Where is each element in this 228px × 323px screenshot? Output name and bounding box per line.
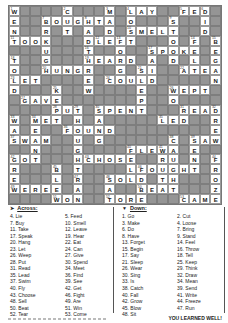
grid-cell[interactable]: U — [126, 75, 137, 85]
cell-letter: E — [127, 156, 136, 163]
grid-cell[interactable]: U — [73, 135, 84, 145]
grid-cell[interactable]: E — [126, 154, 137, 164]
cell-letter: L — [10, 77, 19, 84]
block-cell — [126, 65, 137, 75]
grid-cell[interactable]: G — [41, 55, 52, 65]
cell-letter: E — [84, 77, 93, 84]
grid-cell[interactable]: E — [51, 184, 62, 194]
grid-cell[interactable]: D — [168, 55, 179, 65]
grid-cell[interactable]: 9S — [168, 16, 179, 26]
grid-cell[interactable]: Z — [210, 184, 221, 194]
grid-cell[interactable]: E — [20, 184, 31, 194]
cell-letter: V — [42, 97, 51, 104]
grid-cell[interactable]: G — [115, 65, 126, 75]
grid-cell[interactable]: 50B — [136, 184, 147, 194]
down-arrow-icon: ▼ — [122, 205, 127, 211]
grid-cell[interactable]: E — [200, 65, 211, 75]
grid-cell[interactable]: 49W — [9, 184, 20, 194]
grid-cell[interactable]: 27G — [20, 95, 31, 105]
cell-letter: O — [105, 156, 114, 163]
grid-cell[interactable]: 13F — [115, 36, 126, 46]
grid-cell[interactable]: A — [94, 115, 105, 125]
cell-letter: D — [201, 28, 210, 35]
block-cell — [20, 145, 31, 155]
block-cell — [147, 194, 158, 204]
block-cell — [136, 36, 147, 46]
grid-cell[interactable]: E — [210, 125, 221, 135]
grid-cell[interactable]: 43C — [83, 154, 94, 164]
grid-cell[interactable]: T — [94, 16, 105, 26]
grid-cell[interactable]: 23L — [9, 75, 20, 85]
cell-letter: E — [148, 147, 157, 154]
grid-cell[interactable]: H — [73, 154, 84, 164]
block-cell — [20, 55, 31, 65]
grid-cell[interactable]: U — [51, 65, 62, 75]
grid-cell[interactable]: N — [62, 65, 73, 75]
grid-cell[interactable]: D — [83, 36, 94, 46]
grid-cell[interactable]: N — [189, 154, 200, 164]
grid-cell[interactable]: O — [115, 194, 126, 204]
grid-cell[interactable]: 42G — [9, 154, 20, 164]
cell-letter: A — [105, 186, 114, 193]
cell-letter: K — [180, 48, 189, 55]
cell-letter: I — [148, 67, 157, 74]
grid-cell[interactable]: T — [73, 164, 84, 174]
grid-cell[interactable]: A — [30, 95, 41, 105]
grid-cell[interactable]: Y — [147, 6, 158, 16]
grid-cell[interactable]: K — [179, 46, 190, 56]
grid-cell[interactable]: E — [9, 16, 20, 26]
grid-cell[interactable]: T — [200, 85, 211, 95]
grid-cell[interactable]: 21S — [136, 65, 147, 75]
block-cell — [200, 164, 211, 174]
grid-cell[interactable]: D — [9, 85, 20, 95]
cell-letter: E — [169, 117, 178, 124]
grid-cell[interactable]: R — [210, 115, 221, 125]
block-cell — [20, 65, 31, 75]
grid-cell[interactable]: O — [51, 16, 62, 26]
cell-letter: A — [74, 186, 83, 193]
grid-cell[interactable]: R — [126, 194, 137, 204]
grid-cell[interactable]: A — [147, 55, 158, 65]
block-cell — [62, 145, 73, 155]
grid-cell[interactable]: E — [147, 26, 158, 36]
cell-letter: A — [169, 147, 178, 154]
block-cell — [210, 6, 221, 16]
grid-cell[interactable]: U — [157, 164, 168, 174]
grid-cell[interactable]: A — [200, 135, 211, 145]
block-cell — [41, 194, 52, 204]
block-cell — [179, 154, 190, 164]
grid-cell[interactable]: M — [200, 194, 211, 204]
grid-cell[interactable]: O — [168, 36, 179, 46]
grid-cell[interactable]: 25K — [51, 85, 62, 95]
grid-cell[interactable]: L — [126, 174, 137, 184]
grid-cell[interactable]: 33W — [9, 115, 20, 125]
grid-cell[interactable]: E — [189, 145, 200, 155]
block-cell — [30, 85, 41, 95]
cell-letter: W — [21, 137, 30, 144]
grid-cell[interactable]: T — [157, 174, 168, 184]
grid-cell[interactable]: U — [41, 46, 52, 56]
grid-cell[interactable]: O — [30, 36, 41, 46]
grid-cell[interactable]: R — [41, 26, 52, 36]
grid-cell[interactable]: L — [136, 145, 147, 155]
cell-letter: E — [31, 127, 40, 134]
grid-cell[interactable]: N — [30, 145, 41, 155]
cell-letter: O — [148, 166, 157, 173]
grid-cell[interactable]: T — [168, 26, 179, 36]
grid-cell[interactable]: N — [9, 26, 20, 36]
cell-letter: A — [201, 137, 210, 144]
grid-cell[interactable]: O — [147, 164, 158, 174]
grid-cell[interactable]: E — [9, 174, 20, 184]
grid-cell[interactable]: 52T — [104, 194, 115, 204]
grid-cell[interactable]: N — [73, 194, 84, 204]
grid-cell[interactable]: P — [104, 105, 115, 115]
grid-cell[interactable]: R — [157, 154, 168, 164]
grid-cell[interactable]: K — [41, 36, 52, 46]
block-cell — [157, 55, 168, 65]
grid-cell[interactable]: R — [9, 164, 20, 174]
cell-letter: I — [201, 18, 210, 25]
grid-cell[interactable]: O — [210, 174, 221, 184]
grid-cell[interactable]: N — [126, 105, 137, 115]
cell-letter: D — [148, 77, 157, 84]
grid-cell[interactable]: G — [210, 55, 221, 65]
grid-cell[interactable]: D — [104, 125, 115, 135]
grid-cell[interactable]: E — [147, 145, 158, 155]
grid-cell[interactable]: W — [83, 85, 94, 95]
grid-cell[interactable]: U — [62, 16, 73, 26]
block-cell — [126, 85, 137, 95]
cell-letter: W — [158, 147, 167, 154]
grid-cell[interactable]: 53C — [179, 194, 190, 204]
block-cell — [136, 135, 147, 145]
block-cell — [210, 85, 221, 95]
grid-cell[interactable]: W — [20, 135, 31, 145]
block-cell — [94, 46, 105, 56]
grid-cell[interactable]: I — [200, 16, 211, 26]
cell-letter: N — [127, 107, 136, 114]
grid-cell[interactable]: 10S — [126, 26, 137, 36]
grid-cell[interactable]: A — [104, 55, 115, 65]
cell-letter: L — [137, 77, 146, 84]
block-cell — [179, 135, 190, 145]
grid-cell[interactable]: T — [136, 105, 147, 115]
grid-cell[interactable]: 1W — [9, 6, 20, 16]
grid-cell[interactable]: G — [73, 65, 84, 75]
cell-letter: S — [137, 67, 146, 74]
grid-cell[interactable]: D — [200, 26, 211, 36]
block-cell — [51, 75, 62, 85]
grid-cell[interactable]: 14F — [189, 36, 200, 46]
cell-letter: O — [10, 67, 19, 74]
grid-cell[interactable]: M — [136, 26, 147, 36]
cell-letter: T — [201, 87, 210, 94]
grid-cell[interactable]: O — [20, 154, 31, 164]
grid-cell[interactable]: U — [83, 125, 94, 135]
block-cell — [73, 85, 84, 95]
grid-cell[interactable]: 48S — [104, 174, 115, 184]
grid-cell[interactable]: 8H — [83, 16, 94, 26]
grid-cell[interactable]: D — [147, 75, 158, 85]
block-cell — [20, 6, 31, 16]
grid-cell[interactable]: A — [9, 125, 20, 135]
grid-cell[interactable]: R — [30, 184, 41, 194]
grid-cell[interactable]: P — [157, 46, 168, 56]
grid-cell[interactable]: I — [147, 65, 158, 75]
block-cell — [126, 46, 137, 56]
grid-cell[interactable]: 46F — [136, 164, 147, 174]
grid-cell[interactable]: 7B — [41, 16, 52, 26]
grid-cell[interactable]: A — [73, 184, 84, 194]
grid-cell[interactable]: 35L — [157, 115, 168, 125]
grid-cell[interactable]: E — [41, 115, 52, 125]
block-cell — [20, 105, 31, 115]
grid-cell[interactable]: T — [62, 26, 73, 36]
grid-cell[interactable]: N — [210, 75, 221, 85]
grid-cell[interactable]: A — [168, 145, 179, 155]
grid-cell[interactable]: H — [94, 154, 105, 164]
grid-cell[interactable]: T — [51, 115, 62, 125]
cell-letter: D — [10, 87, 19, 94]
block-cell — [51, 26, 62, 36]
grid-cell[interactable]: T — [168, 184, 179, 194]
grid-cell[interactable]: U — [62, 105, 73, 115]
block-cell — [168, 65, 179, 75]
grid-cell[interactable]: T — [30, 75, 41, 85]
grid-cell[interactable]: 40F — [126, 145, 137, 155]
grid-cell[interactable]: 11T — [9, 36, 20, 46]
grid-cell[interactable]: P — [136, 95, 147, 105]
cell-letter: G — [116, 67, 125, 74]
cell-letter: U — [63, 18, 72, 25]
grid-cell[interactable]: 15B — [210, 36, 221, 46]
grid-cell[interactable]: E — [104, 36, 115, 46]
grid-cell[interactable]: T — [126, 36, 137, 46]
grid-cell[interactable]: 5F — [179, 6, 190, 16]
block-cell — [157, 36, 168, 46]
grid-cell[interactable]: L — [51, 174, 62, 184]
grid-cell[interactable]: E — [189, 46, 200, 56]
block-cell — [20, 125, 31, 135]
grid-cell[interactable]: M — [41, 135, 52, 145]
grid-cell[interactable]: A — [136, 6, 147, 16]
grid-cell[interactable]: O — [20, 36, 31, 46]
grid-cell[interactable]: 41W — [157, 145, 168, 155]
grid-cell[interactable]: 3M — [104, 6, 115, 16]
grid-cell[interactable]: T — [189, 164, 200, 174]
grid-cell[interactable]: 18T — [9, 55, 20, 65]
across-clues: ➤Across: 4. Lie5. Feed7. Buy10. Smell11.… — [10, 205, 110, 318]
block-cell — [73, 95, 84, 105]
grid-cell[interactable]: 29T — [73, 105, 84, 115]
grid-cell[interactable]: 20H — [41, 65, 52, 75]
block-cell — [94, 184, 105, 194]
grid-cell[interactable]: A — [104, 16, 115, 26]
grid-cell[interactable]: U — [168, 154, 179, 164]
block-cell — [51, 55, 62, 65]
grid-cell[interactable]: 12L — [94, 36, 105, 46]
grid-cell[interactable]: O — [115, 174, 126, 184]
block-cell — [62, 55, 73, 65]
cell-letter: O — [116, 196, 125, 203]
grid-cell[interactable]: A — [30, 135, 41, 145]
grid-cell[interactable]: A — [83, 26, 94, 36]
grid-cell[interactable]: 2C — [62, 6, 73, 16]
block-cell — [62, 115, 73, 125]
grid-cell[interactable]: 51W — [51, 194, 62, 204]
grid-cell[interactable]: 26W — [168, 85, 179, 95]
grid-cell[interactable]: 44F — [210, 154, 221, 164]
grid-cell[interactable]: E — [210, 194, 221, 204]
grid-cell[interactable]: E — [115, 105, 126, 115]
cell-letter: G — [74, 18, 83, 25]
block-cell — [94, 95, 105, 105]
grid-cell[interactable]: O — [168, 46, 179, 56]
cell-letter: S — [148, 48, 157, 55]
cell-letter: A — [158, 186, 167, 193]
grid-cell[interactable]: S — [115, 154, 126, 164]
grid-cell[interactable]: 47R — [73, 174, 84, 184]
grid-cell[interactable]: D — [136, 174, 147, 184]
grid-cell[interactable]: E — [168, 115, 179, 125]
grid-cell[interactable]: E — [136, 85, 147, 95]
cell-letter: A — [84, 28, 93, 35]
cell-letter: W — [84, 87, 93, 94]
grid-cell[interactable]: D — [104, 26, 115, 36]
grid-cell[interactable]: E — [83, 75, 94, 85]
cell-letter: G — [169, 166, 178, 173]
cell-letter: L — [158, 117, 167, 124]
cell-letter: E — [211, 127, 220, 134]
grid-cell[interactable]: D — [126, 55, 137, 65]
grid-cell[interactable]: E — [189, 6, 200, 16]
grid-cell[interactable]: E — [30, 125, 41, 135]
grid-cell[interactable]: 39S — [189, 135, 200, 145]
cell-letter: T — [127, 38, 136, 45]
grid-cell[interactable]: 34M — [30, 115, 41, 125]
cell-letter: M — [105, 8, 114, 15]
grid-cell[interactable]: V — [41, 95, 52, 105]
grid-cell[interactable]: E — [20, 75, 31, 85]
grid-cell[interactable]: E — [179, 85, 190, 95]
grid-cell[interactable]: O — [126, 16, 137, 26]
grid-cell[interactable]: 30S — [94, 105, 105, 115]
grid-cell[interactable]: 37S — [9, 135, 20, 145]
grid-cell[interactable]: 38C — [168, 135, 179, 145]
block-cell — [41, 6, 52, 16]
grid-cell[interactable]: G — [168, 164, 179, 174]
grid-cell[interactable]: 31R — [179, 105, 190, 115]
grid-cell[interactable]: R — [210, 164, 221, 174]
grid-cell[interactable]: O — [168, 95, 179, 105]
grid-cell[interactable]: 6D — [200, 6, 211, 16]
grid-cell[interactable]: E — [147, 184, 158, 194]
grid-cell[interactable]: O — [62, 194, 73, 204]
grid-cell[interactable]: E — [136, 194, 147, 204]
grid-cell[interactable]: H — [168, 174, 179, 184]
block-cell — [9, 95, 20, 105]
block-cell — [115, 16, 126, 26]
grid-cell[interactable]: A — [157, 184, 168, 194]
block-cell — [41, 125, 52, 135]
block-cell — [189, 174, 200, 184]
grid-cell[interactable]: P — [189, 85, 200, 95]
block-cell — [210, 145, 221, 155]
grid-cell[interactable]: O — [115, 75, 126, 85]
grid-cell[interactable]: E — [189, 105, 200, 115]
block-cell — [147, 36, 158, 46]
grid-cell[interactable]: R — [115, 55, 126, 65]
grid-cell[interactable]: L — [136, 75, 147, 85]
grid-cell[interactable]: 16T — [83, 46, 94, 56]
grid-cell[interactable]: E — [210, 46, 221, 56]
grid-cell[interactable]: L — [126, 164, 137, 174]
block-cell — [51, 145, 62, 155]
grid-cell[interactable]: A — [104, 184, 115, 194]
cell-letter: G — [74, 147, 83, 154]
grid-cell[interactable]: 28P — [51, 105, 62, 115]
block-cell — [200, 75, 211, 85]
grid-cell[interactable]: G — [94, 135, 105, 145]
grid-cell[interactable]: G — [73, 145, 84, 155]
grid-cell[interactable]: L — [157, 26, 168, 36]
block-cell — [179, 145, 190, 155]
grid-cell[interactable]: 22A — [179, 65, 190, 75]
grid-cell[interactable]: W — [210, 135, 221, 145]
cell-letter: E — [52, 186, 61, 193]
block-cell — [20, 85, 31, 95]
grid-cell[interactable]: H — [73, 115, 84, 125]
grid-cell[interactable]: N — [94, 125, 105, 135]
grid-cell[interactable]: T — [30, 154, 41, 164]
block-cell — [157, 16, 168, 26]
grid-cell[interactable]: O — [9, 65, 20, 75]
block-cell — [20, 26, 31, 36]
grid-cell[interactable]: 17S — [147, 46, 158, 56]
grid-cell[interactable]: 19H — [83, 55, 94, 65]
grid-cell[interactable]: R — [83, 65, 94, 75]
grid-cell[interactable]: O — [73, 125, 84, 135]
grid-cell[interactable]: O — [104, 154, 115, 164]
cell-letter: L — [158, 28, 167, 35]
grid-cell[interactable]: D — [179, 115, 190, 125]
grid-cell[interactable]: E — [51, 95, 62, 105]
block-cell — [126, 135, 137, 145]
across-list: 4. Lie5. Feed7. Buy10. Smell11. Take12. … — [10, 213, 110, 318]
block-cell — [179, 26, 190, 36]
grid-cell[interactable]: E — [41, 184, 52, 194]
block-cell — [83, 174, 94, 184]
grid-cell[interactable]: 4L — [126, 6, 137, 16]
grid-cell[interactable]: A — [189, 194, 200, 204]
grid-cell[interactable]: L — [189, 55, 200, 65]
grid-cell[interactable]: 32D — [210, 105, 221, 115]
grid-cell[interactable]: E — [94, 55, 105, 65]
grid-cell[interactable]: G — [73, 16, 84, 26]
grid-cell[interactable]: A — [210, 65, 221, 75]
grid-cell[interactable]: T — [189, 65, 200, 75]
grid-cell[interactable]: 24C — [104, 75, 115, 85]
grid-cell[interactable]: H — [179, 164, 190, 174]
grid-cell[interactable]: 36F — [62, 125, 73, 135]
grid-cell[interactable]: 45B — [51, 164, 62, 174]
block-cell — [73, 46, 84, 56]
grid-cell[interactable]: A — [200, 105, 211, 115]
grid-cell[interactable]: O — [115, 46, 126, 56]
